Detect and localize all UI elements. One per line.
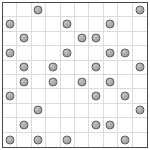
gray-stone: [5, 92, 14, 101]
board-cell[interactable]: [3, 61, 17, 75]
board-cell[interactable]: [133, 104, 147, 118]
board-cell[interactable]: [32, 17, 46, 31]
board-cell[interactable]: [3, 32, 17, 46]
board-cell[interactable]: [17, 46, 31, 60]
gray-stone: [92, 120, 101, 129]
board-cell[interactable]: [118, 46, 132, 60]
gray-stone: [120, 48, 129, 57]
gray-stone: [34, 5, 43, 14]
board-cell[interactable]: [61, 118, 75, 132]
board-cell[interactable]: [104, 3, 118, 17]
board-cell[interactable]: [32, 61, 46, 75]
board-cell[interactable]: [104, 17, 118, 31]
board-cell[interactable]: [89, 133, 103, 147]
gray-stone: [135, 5, 144, 14]
board-cell[interactable]: [104, 133, 118, 147]
board-cell[interactable]: [118, 3, 132, 17]
board-cell[interactable]: [3, 133, 17, 147]
gray-stone: [34, 106, 43, 115]
board-cell[interactable]: [46, 118, 60, 132]
board-cell[interactable]: [75, 17, 89, 31]
board-cell[interactable]: [75, 133, 89, 147]
board-cell[interactable]: [46, 3, 60, 17]
gray-stone: [63, 20, 72, 29]
board-cell[interactable]: [104, 32, 118, 46]
board-cell[interactable]: [89, 104, 103, 118]
board-cell[interactable]: [46, 133, 60, 147]
gray-stone: [120, 135, 129, 144]
board-cell[interactable]: [61, 104, 75, 118]
board-cell[interactable]: [133, 17, 147, 31]
board-cell[interactable]: [32, 118, 46, 132]
board-cell[interactable]: [104, 104, 118, 118]
board-cell[interactable]: [118, 61, 132, 75]
board-cell[interactable]: [17, 17, 31, 31]
board-cell[interactable]: [17, 61, 31, 75]
gray-stone: [5, 48, 14, 57]
board-cell[interactable]: [118, 133, 132, 147]
board-cell[interactable]: [104, 61, 118, 75]
board-cell[interactable]: [118, 89, 132, 103]
board-cell[interactable]: [61, 133, 75, 147]
board-cell[interactable]: [17, 32, 31, 46]
gray-stone: [106, 120, 115, 129]
board-cell[interactable]: [61, 17, 75, 31]
board-cell[interactable]: [46, 75, 60, 89]
board-cell[interactable]: [32, 104, 46, 118]
board-cell[interactable]: [46, 89, 60, 103]
board-cell[interactable]: [46, 32, 60, 46]
board-cell[interactable]: [17, 89, 31, 103]
board-cell[interactable]: [75, 118, 89, 132]
board-cell[interactable]: [32, 46, 46, 60]
board-cell[interactable]: [32, 32, 46, 46]
gray-stone: [5, 135, 14, 144]
board-cell[interactable]: [46, 46, 60, 60]
board-cell[interactable]: [3, 3, 17, 17]
board-cell[interactable]: [104, 118, 118, 132]
gray-stone: [77, 77, 86, 86]
board-cell[interactable]: [104, 75, 118, 89]
board-cell[interactable]: [17, 104, 31, 118]
board-cell[interactable]: [61, 46, 75, 60]
board-cell[interactable]: [89, 17, 103, 31]
board-cell[interactable]: [32, 133, 46, 147]
gray-stone: [20, 77, 29, 86]
board-cell[interactable]: [61, 75, 75, 89]
board-cell[interactable]: [3, 118, 17, 132]
gray-stone: [92, 92, 101, 101]
gray-stone: [135, 106, 144, 115]
board-cell[interactable]: [104, 89, 118, 103]
gray-stone: [20, 120, 29, 129]
gray-stone: [20, 34, 29, 43]
board-cell[interactable]: [3, 17, 17, 31]
board-cell[interactable]: [89, 75, 103, 89]
board-cell[interactable]: [3, 104, 17, 118]
board-cell[interactable]: [118, 17, 132, 31]
board-cell[interactable]: [17, 75, 31, 89]
board-cell[interactable]: [89, 118, 103, 132]
board-cell[interactable]: [133, 89, 147, 103]
board-cell[interactable]: [75, 89, 89, 103]
puzzle-board: [2, 2, 148, 148]
board-cell[interactable]: [75, 104, 89, 118]
gray-stone: [92, 63, 101, 72]
board-cell[interactable]: [89, 46, 103, 60]
gray-stone: [106, 48, 115, 57]
board-cell[interactable]: [75, 61, 89, 75]
board-cell[interactable]: [17, 118, 31, 132]
board-cell[interactable]: [61, 3, 75, 17]
board-cell[interactable]: [17, 3, 31, 17]
board-cell[interactable]: [32, 75, 46, 89]
board-cell[interactable]: [133, 75, 147, 89]
board-cell[interactable]: [32, 89, 46, 103]
gray-stone: [92, 34, 101, 43]
board-cell[interactable]: [75, 46, 89, 60]
board-cell[interactable]: [46, 104, 60, 118]
board-cell[interactable]: [89, 3, 103, 17]
gray-stone: [48, 63, 57, 72]
board-cell[interactable]: [46, 17, 60, 31]
board-cell[interactable]: [61, 61, 75, 75]
board-cell[interactable]: [133, 118, 147, 132]
board-cell[interactable]: [3, 46, 17, 60]
board-cell[interactable]: [32, 3, 46, 17]
board-cell[interactable]: [89, 32, 103, 46]
gray-stone: [135, 63, 144, 72]
gray-stone: [5, 20, 14, 29]
board-cell[interactable]: [133, 61, 147, 75]
board-cell[interactable]: [133, 32, 147, 46]
board-cell[interactable]: [3, 75, 17, 89]
gray-stone: [77, 34, 86, 43]
board-cell[interactable]: [118, 104, 132, 118]
board-cell[interactable]: [89, 89, 103, 103]
board-cell[interactable]: [133, 46, 147, 60]
gray-stone: [48, 77, 57, 86]
board-cell[interactable]: [61, 89, 75, 103]
gray-stone: [20, 63, 29, 72]
board-cell[interactable]: [46, 61, 60, 75]
board-cell[interactable]: [3, 89, 17, 103]
board-cell[interactable]: [89, 61, 103, 75]
board-cell[interactable]: [133, 3, 147, 17]
board-cell[interactable]: [75, 32, 89, 46]
board-cell[interactable]: [75, 75, 89, 89]
gray-stone: [106, 77, 115, 86]
gray-stone: [63, 135, 72, 144]
gray-stone: [63, 48, 72, 57]
gray-stone: [34, 135, 43, 144]
board-cell[interactable]: [17, 133, 31, 147]
board-cell[interactable]: [133, 133, 147, 147]
board-cell[interactable]: [118, 32, 132, 46]
board-cell[interactable]: [61, 32, 75, 46]
board-cell[interactable]: [75, 3, 89, 17]
gray-stone: [106, 20, 115, 29]
gray-stone: [120, 92, 129, 101]
board-cell[interactable]: [118, 118, 132, 132]
board-cell[interactable]: [104, 46, 118, 60]
board-cell[interactable]: [118, 75, 132, 89]
